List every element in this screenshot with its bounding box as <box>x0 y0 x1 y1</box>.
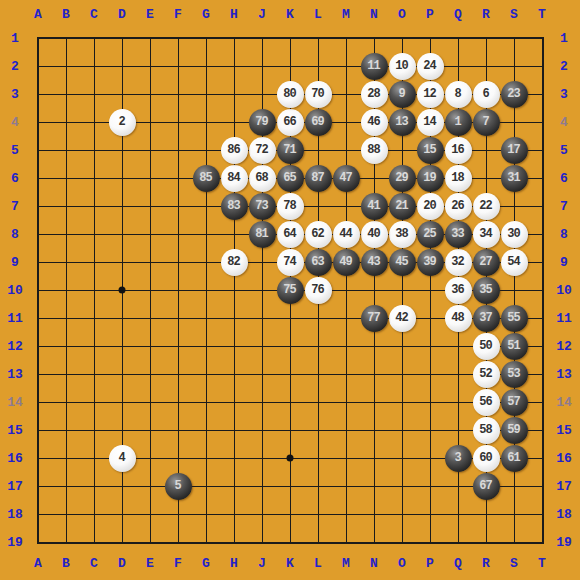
stone-black-1-Q4[interactable]: 1 <box>445 109 472 136</box>
move-number: 82 <box>228 255 239 269</box>
move-number: 43 <box>368 255 379 269</box>
move-number: 19 <box>424 171 435 185</box>
move-number: 18 <box>452 171 463 185</box>
row-label-right-4: 4 <box>560 116 568 129</box>
stone-white-28-N3[interactable]: 28 <box>361 81 388 108</box>
move-number: 17 <box>508 143 519 157</box>
col-label-bottom-F: F <box>174 557 182 570</box>
move-number: 22 <box>480 199 491 213</box>
col-label-bottom-D: D <box>118 557 126 570</box>
row-label-right-14: 14 <box>556 396 572 409</box>
stone-white-70-L3[interactable]: 70 <box>305 81 332 108</box>
move-number: 47 <box>340 171 351 185</box>
stone-white-84-H6[interactable]: 84 <box>221 165 248 192</box>
col-label-top-F: F <box>174 8 182 21</box>
stone-white-62-L8[interactable]: 62 <box>305 221 332 248</box>
stone-white-76-L10[interactable]: 76 <box>305 277 332 304</box>
row-label-right-3: 3 <box>560 88 568 101</box>
stone-white-36-Q10[interactable]: 36 <box>445 277 472 304</box>
move-number: 77 <box>368 311 379 325</box>
move-number: 63 <box>312 255 323 269</box>
stone-black-65-K6[interactable]: 65 <box>277 165 304 192</box>
row-label-right-7: 7 <box>560 200 568 213</box>
stone-black-87-L6[interactable]: 87 <box>305 165 332 192</box>
move-number: 1 <box>455 115 460 129</box>
move-number: 31 <box>508 171 519 185</box>
col-label-top-O: O <box>398 8 406 21</box>
move-number: 20 <box>424 199 435 213</box>
move-number: 8 <box>455 87 460 101</box>
stone-black-45-O9[interactable]: 45 <box>389 249 416 276</box>
move-number: 75 <box>284 283 295 297</box>
move-number: 48 <box>452 311 463 325</box>
move-number: 26 <box>452 199 463 213</box>
row-label-left-18: 18 <box>7 508 23 521</box>
move-number: 70 <box>312 87 323 101</box>
col-label-bottom-M: M <box>342 557 350 570</box>
move-number: 46 <box>368 115 379 129</box>
move-number: 87 <box>312 171 323 185</box>
move-number: 76 <box>312 283 323 297</box>
stone-black-9-O3[interactable]: 9 <box>389 81 416 108</box>
col-label-top-S: S <box>510 8 518 21</box>
stone-black-5-F17[interactable]: 5 <box>165 473 192 500</box>
stone-white-74-K9[interactable]: 74 <box>277 249 304 276</box>
stone-white-82-H9[interactable]: 82 <box>221 249 248 276</box>
stone-white-32-Q9[interactable]: 32 <box>445 249 472 276</box>
stone-white-10-O2[interactable]: 10 <box>389 53 416 80</box>
move-number: 69 <box>312 115 323 129</box>
move-number: 44 <box>340 227 351 241</box>
move-number: 84 <box>228 171 239 185</box>
stone-white-56-R14[interactable]: 56 <box>473 389 500 416</box>
move-number: 52 <box>480 367 491 381</box>
move-number: 68 <box>256 171 267 185</box>
col-label-top-C: C <box>90 8 98 21</box>
stone-black-79-J4[interactable]: 79 <box>249 109 276 136</box>
move-number: 64 <box>284 227 295 241</box>
stone-white-48-Q11[interactable]: 48 <box>445 305 472 332</box>
move-number: 66 <box>284 115 295 129</box>
row-label-left-11: 11 <box>7 312 23 325</box>
stones-grid: 1234567891011121314151617181920212223242… <box>24 24 556 556</box>
move-number: 6 <box>483 87 488 101</box>
stone-black-49-M9[interactable]: 49 <box>333 249 360 276</box>
stone-white-88-N5[interactable]: 88 <box>361 137 388 164</box>
row-label-left-16: 16 <box>7 452 23 465</box>
col-label-bottom-T: T <box>538 557 546 570</box>
stone-black-17-S5[interactable]: 17 <box>501 137 528 164</box>
move-number: 42 <box>396 311 407 325</box>
stone-black-29-O6[interactable]: 29 <box>389 165 416 192</box>
row-label-right-8: 8 <box>560 228 568 241</box>
stone-white-78-K7[interactable]: 78 <box>277 193 304 220</box>
move-number: 80 <box>284 87 295 101</box>
move-number: 50 <box>480 339 491 353</box>
row-label-left-2: 2 <box>11 60 19 73</box>
move-number: 72 <box>256 143 267 157</box>
stone-white-44-M8[interactable]: 44 <box>333 221 360 248</box>
stone-black-31-S6[interactable]: 31 <box>501 165 528 192</box>
move-number: 21 <box>396 199 407 213</box>
move-number: 60 <box>480 451 491 465</box>
move-number: 15 <box>424 143 435 157</box>
stone-black-55-S11[interactable]: 55 <box>501 305 528 332</box>
move-number: 71 <box>284 143 295 157</box>
stone-white-16-Q5[interactable]: 16 <box>445 137 472 164</box>
stone-black-85-G6[interactable]: 85 <box>193 165 220 192</box>
row-label-left-6: 6 <box>11 172 19 185</box>
move-number: 81 <box>256 227 267 241</box>
col-label-top-E: E <box>146 8 154 21</box>
go-board[interactable]: 1234567891011121314151617181920212223242… <box>0 0 580 580</box>
stone-white-42-O11[interactable]: 42 <box>389 305 416 332</box>
move-number: 13 <box>396 115 407 129</box>
move-number: 4 <box>119 451 124 465</box>
stone-black-83-H7[interactable]: 83 <box>221 193 248 220</box>
row-label-right-17: 17 <box>556 480 572 493</box>
row-label-right-2: 2 <box>560 60 568 73</box>
stone-black-59-S15[interactable]: 59 <box>501 417 528 444</box>
stone-black-75-K10[interactable]: 75 <box>277 277 304 304</box>
move-number: 12 <box>424 87 435 101</box>
col-label-bottom-B: B <box>62 557 70 570</box>
move-number: 40 <box>368 227 379 241</box>
move-number: 73 <box>256 199 267 213</box>
stone-black-71-K5[interactable]: 71 <box>277 137 304 164</box>
move-number: 38 <box>396 227 407 241</box>
stone-black-73-J7[interactable]: 73 <box>249 193 276 220</box>
move-number: 39 <box>424 255 435 269</box>
stone-white-12-P3[interactable]: 12 <box>417 81 444 108</box>
stone-white-64-K8[interactable]: 64 <box>277 221 304 248</box>
move-number: 5 <box>175 479 180 493</box>
col-label-top-N: N <box>370 8 378 21</box>
stone-white-14-P4[interactable]: 14 <box>417 109 444 136</box>
move-number: 33 <box>452 227 463 241</box>
move-number: 27 <box>480 255 491 269</box>
stone-black-27-R9[interactable]: 27 <box>473 249 500 276</box>
row-label-right-11: 11 <box>556 312 572 325</box>
row-label-left-7: 7 <box>11 200 19 213</box>
move-number: 51 <box>508 339 519 353</box>
col-label-top-M: M <box>342 8 350 21</box>
row-label-right-9: 9 <box>560 256 568 269</box>
move-number: 34 <box>480 227 491 241</box>
stone-white-52-R13[interactable]: 52 <box>473 361 500 388</box>
row-label-right-12: 12 <box>556 340 572 353</box>
move-number: 24 <box>424 59 435 73</box>
row-label-left-5: 5 <box>11 144 19 157</box>
stone-white-2-D4[interactable]: 2 <box>109 109 136 136</box>
stone-white-24-P2[interactable]: 24 <box>417 53 444 80</box>
row-label-right-5: 5 <box>560 144 568 157</box>
move-number: 79 <box>256 115 267 129</box>
move-number: 53 <box>508 367 519 381</box>
col-label-top-T: T <box>538 8 546 21</box>
stone-black-7-R4[interactable]: 7 <box>473 109 500 136</box>
col-label-top-H: H <box>230 8 238 21</box>
stone-white-58-R15[interactable]: 58 <box>473 417 500 444</box>
move-number: 83 <box>228 199 239 213</box>
col-label-top-R: R <box>482 8 490 21</box>
row-label-left-14: 14 <box>7 396 23 409</box>
row-label-left-3: 3 <box>11 88 19 101</box>
move-number: 14 <box>424 115 435 129</box>
stone-black-39-P9[interactable]: 39 <box>417 249 444 276</box>
move-number: 28 <box>368 87 379 101</box>
col-label-bottom-Q: Q <box>454 557 462 570</box>
move-number: 88 <box>368 143 379 157</box>
stone-white-20-P7[interactable]: 20 <box>417 193 444 220</box>
stone-white-54-S9[interactable]: 54 <box>501 249 528 276</box>
col-label-bottom-K: K <box>286 557 294 570</box>
col-label-top-B: B <box>62 8 70 21</box>
stone-black-67-R17[interactable]: 67 <box>473 473 500 500</box>
stone-white-60-R16[interactable]: 60 <box>473 445 500 472</box>
row-label-left-9: 9 <box>11 256 19 269</box>
stone-black-21-O7[interactable]: 21 <box>389 193 416 220</box>
move-number: 61 <box>508 451 519 465</box>
col-label-bottom-A: A <box>34 557 42 570</box>
move-number: 56 <box>480 395 491 409</box>
move-number: 11 <box>368 59 379 73</box>
stone-white-72-J5[interactable]: 72 <box>249 137 276 164</box>
move-number: 9 <box>399 87 404 101</box>
col-label-bottom-R: R <box>482 557 490 570</box>
col-label-top-L: L <box>314 8 322 21</box>
stone-black-3-Q16[interactable]: 3 <box>445 445 472 472</box>
move-number: 49 <box>340 255 351 269</box>
move-number: 25 <box>424 227 435 241</box>
col-label-bottom-P: P <box>426 557 434 570</box>
stone-black-51-S12[interactable]: 51 <box>501 333 528 360</box>
move-number: 16 <box>452 143 463 157</box>
row-label-right-6: 6 <box>560 172 568 185</box>
col-label-bottom-E: E <box>146 557 154 570</box>
move-number: 7 <box>483 115 488 129</box>
move-number: 85 <box>200 171 211 185</box>
stone-white-30-S8[interactable]: 30 <box>501 221 528 248</box>
col-label-bottom-O: O <box>398 557 406 570</box>
row-label-right-15: 15 <box>556 424 572 437</box>
stone-black-53-S13[interactable]: 53 <box>501 361 528 388</box>
move-number: 23 <box>508 87 519 101</box>
col-label-top-Q: Q <box>454 8 462 21</box>
move-number: 65 <box>284 171 295 185</box>
col-label-top-D: D <box>118 8 126 21</box>
move-number: 30 <box>508 227 519 241</box>
stone-white-86-H5[interactable]: 86 <box>221 137 248 164</box>
stone-black-81-J8[interactable]: 81 <box>249 221 276 248</box>
stone-black-15-P5[interactable]: 15 <box>417 137 444 164</box>
col-label-bottom-H: H <box>230 557 238 570</box>
stone-black-61-S16[interactable]: 61 <box>501 445 528 472</box>
stone-black-57-S14[interactable]: 57 <box>501 389 528 416</box>
row-label-right-1: 1 <box>560 32 568 45</box>
stone-black-25-P8[interactable]: 25 <box>417 221 444 248</box>
col-label-bottom-N: N <box>370 557 378 570</box>
stone-black-43-N9[interactable]: 43 <box>361 249 388 276</box>
col-label-top-J: J <box>258 8 266 21</box>
move-number: 62 <box>312 227 323 241</box>
stone-black-35-R10[interactable]: 35 <box>473 277 500 304</box>
move-number: 45 <box>396 255 407 269</box>
stone-white-40-N8[interactable]: 40 <box>361 221 388 248</box>
stone-black-23-S3[interactable]: 23 <box>501 81 528 108</box>
move-number: 55 <box>508 311 519 325</box>
col-label-bottom-S: S <box>510 557 518 570</box>
col-label-top-A: A <box>34 8 42 21</box>
stone-white-6-R3[interactable]: 6 <box>473 81 500 108</box>
col-label-bottom-G: G <box>202 557 210 570</box>
row-label-right-10: 10 <box>556 284 572 297</box>
stone-black-33-Q8[interactable]: 33 <box>445 221 472 248</box>
move-number: 58 <box>480 423 491 437</box>
stone-black-63-L9[interactable]: 63 <box>305 249 332 276</box>
row-label-left-4: 4 <box>11 116 19 129</box>
row-label-left-17: 17 <box>7 480 23 493</box>
col-label-bottom-L: L <box>314 557 322 570</box>
row-label-left-12: 12 <box>7 340 23 353</box>
move-number: 57 <box>508 395 519 409</box>
row-label-right-16: 16 <box>556 452 572 465</box>
move-number: 32 <box>452 255 463 269</box>
stone-black-37-R11[interactable]: 37 <box>473 305 500 332</box>
move-number: 2 <box>119 115 124 129</box>
stone-black-47-M6[interactable]: 47 <box>333 165 360 192</box>
stone-white-68-J6[interactable]: 68 <box>249 165 276 192</box>
stone-white-4-D16[interactable]: 4 <box>109 445 136 472</box>
row-label-left-8: 8 <box>11 228 19 241</box>
stone-white-26-Q7[interactable]: 26 <box>445 193 472 220</box>
col-label-top-G: G <box>202 8 210 21</box>
stone-white-38-O8[interactable]: 38 <box>389 221 416 248</box>
col-label-top-K: K <box>286 8 294 21</box>
stone-black-19-P6[interactable]: 19 <box>417 165 444 192</box>
stone-white-22-R7[interactable]: 22 <box>473 193 500 220</box>
row-label-left-15: 15 <box>7 424 23 437</box>
move-number: 36 <box>452 283 463 297</box>
row-label-right-18: 18 <box>556 508 572 521</box>
stone-white-34-R8[interactable]: 34 <box>473 221 500 248</box>
stone-white-8-Q3[interactable]: 8 <box>445 81 472 108</box>
move-number: 29 <box>396 171 407 185</box>
move-number: 41 <box>368 199 379 213</box>
stone-white-66-K4[interactable]: 66 <box>277 109 304 136</box>
row-label-right-13: 13 <box>556 368 572 381</box>
move-number: 3 <box>455 451 460 465</box>
move-number: 86 <box>228 143 239 157</box>
row-label-left-10: 10 <box>7 284 23 297</box>
move-number: 35 <box>480 283 491 297</box>
stone-black-69-L4[interactable]: 69 <box>305 109 332 136</box>
move-number: 37 <box>480 311 491 325</box>
move-number: 78 <box>284 199 295 213</box>
stone-black-77-N11[interactable]: 77 <box>361 305 388 332</box>
row-label-left-13: 13 <box>7 368 23 381</box>
move-number: 54 <box>508 255 519 269</box>
stone-white-50-R12[interactable]: 50 <box>473 333 500 360</box>
move-number: 74 <box>284 255 295 269</box>
move-number: 67 <box>480 479 491 493</box>
stone-black-13-O4[interactable]: 13 <box>389 109 416 136</box>
row-label-left-19: 19 <box>7 536 23 549</box>
stone-white-80-K3[interactable]: 80 <box>277 81 304 108</box>
col-label-bottom-J: J <box>258 557 266 570</box>
row-label-right-19: 19 <box>556 536 572 549</box>
row-label-left-1: 1 <box>11 32 19 45</box>
stone-black-11-N2[interactable]: 11 <box>361 53 388 80</box>
stone-white-18-Q6[interactable]: 18 <box>445 165 472 192</box>
move-number: 59 <box>508 423 519 437</box>
col-label-bottom-C: C <box>90 557 98 570</box>
move-number: 10 <box>396 59 407 73</box>
stone-white-46-N4[interactable]: 46 <box>361 109 388 136</box>
stone-black-41-N7[interactable]: 41 <box>361 193 388 220</box>
col-label-top-P: P <box>426 8 434 21</box>
